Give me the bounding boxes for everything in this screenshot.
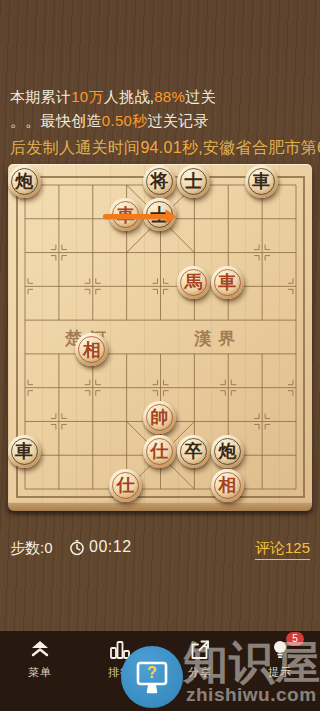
piece-red-elephant[interactable]: 相 — [211, 469, 244, 502]
piece-black-soldier[interactable]: 卒 — [177, 435, 210, 468]
clock-icon — [69, 539, 85, 560]
piece-red-general[interactable]: 帥 — [143, 401, 176, 434]
piece-black-chariot[interactable]: 車 — [8, 435, 41, 468]
piece-black-chariot[interactable]: 車 — [245, 165, 278, 198]
piece-red-chariot[interactable]: 車 — [211, 266, 244, 299]
nav-item-menu[interactable]: 菜单 — [0, 631, 80, 680]
piece-red-advisor[interactable]: 仕 — [109, 469, 142, 502]
comments-link[interactable]: 评论125 — [255, 539, 310, 560]
challenge-stats-line: 本期累计10万人挑战,88%过关 — [10, 88, 216, 107]
piece-black-advisor[interactable]: 士 — [177, 165, 210, 198]
record-stats-line: 。。最快创造0.50秒过关记录 — [10, 112, 209, 131]
timer-value: 00:12 — [89, 538, 132, 556]
menu-icon — [28, 638, 52, 662]
piece-black-cannon[interactable]: 炮 — [8, 165, 41, 198]
piece-black-cannon[interactable]: 炮 — [211, 435, 244, 468]
watermark-logo: ? — [121, 646, 183, 708]
piece-red-horse[interactable]: 馬 — [177, 266, 210, 299]
status-bar: 步数:0 00:12 评论125 — [0, 537, 320, 559]
piece-black-general[interactable]: 将 — [143, 165, 176, 198]
announcement-marquee: 后发制人通关时间94.01秒,安徽省合肥市第682 — [10, 138, 320, 159]
question-mark: ? — [147, 664, 157, 682]
xiangqi-board[interactable]: 楚河 漢界 炮将士車車士馬車相帥車仕卒炮仕相 — [8, 164, 312, 505]
river-label-right: 漢界 — [194, 327, 242, 350]
piece-red-advisor[interactable]: 仕 — [143, 435, 176, 468]
move-counter: 步数:0 — [10, 539, 53, 558]
watermark-url: zhishiwu.com — [186, 684, 317, 706]
